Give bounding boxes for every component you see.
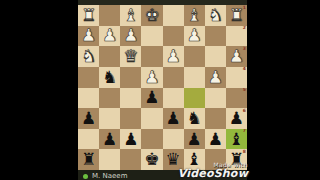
square-c3[interactable] — [184, 46, 205, 67]
square-h2[interactable]: ♟ — [78, 26, 99, 47]
white-queen[interactable]: ♛ — [123, 48, 138, 65]
square-g7[interactable]: ♟ — [99, 129, 120, 150]
square-e5[interactable]: ♟ — [141, 88, 162, 109]
square-g2[interactable]: ♟ — [99, 26, 120, 47]
rank-coordinate-label: 1 — [243, 6, 246, 11]
chess-board[interactable]: ♜♝♚♝♞♜1♟♟♟♟2♞♛♟♟3♞♟♟4♟5♟♟♞♟6♟♟♟♟♝7♜♚♛♝♜8 — [78, 5, 247, 170]
square-g8[interactable] — [99, 149, 120, 170]
white-rook[interactable]: ♜ — [229, 6, 244, 23]
player-bar: M. Naeem — [78, 170, 247, 180]
video-frame: ♜♝♚♝♞♜1♟♟♟♟2♞♛♟♟3♞♟♟4♟5♟♟♞♟6♟♟♟♟♝7♜♚♛♝♜8… — [0, 0, 320, 180]
white-pawn[interactable]: ♟ — [123, 27, 138, 44]
square-h1[interactable]: ♜ — [78, 5, 99, 26]
online-indicator — [83, 174, 88, 179]
square-d5[interactable] — [163, 88, 184, 109]
square-d4[interactable] — [163, 67, 184, 88]
square-c1[interactable]: ♝ — [184, 5, 205, 26]
white-bishop[interactable]: ♝ — [123, 6, 138, 23]
white-pawn[interactable]: ♟ — [229, 48, 244, 65]
black-rook[interactable]: ♜ — [81, 151, 96, 168]
black-pawn[interactable]: ♟ — [229, 109, 244, 126]
black-pawn[interactable]: ♟ — [144, 89, 159, 106]
square-f5[interactable] — [120, 88, 141, 109]
black-pawn[interactable]: ♟ — [187, 130, 202, 147]
square-e3[interactable] — [141, 46, 162, 67]
black-king[interactable]: ♚ — [144, 151, 159, 168]
square-d2[interactable] — [163, 26, 184, 47]
black-knight[interactable]: ♞ — [102, 68, 117, 85]
rank-coordinate-label: 6 — [243, 109, 246, 114]
square-h4[interactable] — [78, 67, 99, 88]
square-f4[interactable] — [120, 67, 141, 88]
square-b3[interactable] — [205, 46, 226, 67]
square-a4[interactable]: 4 — [226, 67, 247, 88]
black-pawn[interactable]: ♟ — [81, 109, 96, 126]
square-h5[interactable] — [78, 88, 99, 109]
white-knight[interactable]: ♞ — [81, 48, 96, 65]
square-b8[interactable] — [205, 149, 226, 170]
rank-coordinate-label: 8 — [243, 150, 246, 155]
white-rook[interactable]: ♜ — [81, 6, 96, 23]
rank-coordinate-label: 4 — [243, 67, 246, 72]
square-f7[interactable]: ♟ — [120, 129, 141, 150]
square-f1[interactable]: ♝ — [120, 5, 141, 26]
square-h7[interactable] — [78, 129, 99, 150]
square-e8[interactable]: ♚ — [141, 149, 162, 170]
square-e2[interactable] — [141, 26, 162, 47]
rank-coordinate-label: 3 — [243, 47, 246, 52]
white-bishop[interactable]: ♝ — [187, 6, 202, 23]
square-d8[interactable]: ♛ — [163, 149, 184, 170]
square-e1[interactable]: ♚ — [141, 5, 162, 26]
square-b1[interactable]: ♞ — [205, 5, 226, 26]
square-f2[interactable]: ♟ — [120, 26, 141, 47]
square-b2[interactable] — [205, 26, 226, 47]
square-g5[interactable] — [99, 88, 120, 109]
square-a7[interactable]: ♝7 — [226, 129, 247, 150]
rank-coordinate-label: 7 — [243, 129, 246, 134]
square-a1[interactable]: ♜1 — [226, 5, 247, 26]
black-rook[interactable]: ♜ — [229, 151, 244, 168]
square-b5[interactable] — [205, 88, 226, 109]
black-queen[interactable]: ♛ — [165, 151, 180, 168]
square-g1[interactable] — [99, 5, 120, 26]
white-pawn[interactable]: ♟ — [208, 68, 223, 85]
square-c7[interactable]: ♟ — [184, 129, 205, 150]
black-pawn[interactable]: ♟ — [102, 130, 117, 147]
square-a8[interactable]: ♜8 — [226, 149, 247, 170]
white-pawn[interactable]: ♟ — [165, 48, 180, 65]
square-f6[interactable] — [120, 108, 141, 129]
black-bishop[interactable]: ♝ — [229, 130, 244, 147]
square-e7[interactable] — [141, 129, 162, 150]
square-g3[interactable] — [99, 46, 120, 67]
black-pawn[interactable]: ♟ — [123, 130, 138, 147]
white-pawn[interactable]: ♟ — [144, 68, 159, 85]
rank-coordinate-label: 2 — [243, 26, 246, 31]
square-c8[interactable]: ♝ — [184, 149, 205, 170]
square-h3[interactable]: ♞ — [78, 46, 99, 67]
square-a2[interactable]: 2 — [226, 26, 247, 47]
square-c5[interactable] — [184, 88, 205, 109]
square-c2[interactable]: ♟ — [184, 26, 205, 47]
square-b4[interactable]: ♟ — [205, 67, 226, 88]
black-knight[interactable]: ♞ — [187, 109, 202, 126]
player-name: M. Naeem — [92, 173, 127, 180]
square-d7[interactable] — [163, 129, 184, 150]
white-knight[interactable]: ♞ — [208, 6, 223, 23]
square-a3[interactable]: ♟3 — [226, 46, 247, 67]
square-a6[interactable]: ♟6 — [226, 108, 247, 129]
square-d1[interactable] — [163, 5, 184, 26]
white-pawn[interactable]: ♟ — [102, 27, 117, 44]
square-h8[interactable]: ♜ — [78, 149, 99, 170]
square-f3[interactable]: ♛ — [120, 46, 141, 67]
square-a5[interactable]: 5 — [226, 88, 247, 109]
square-h6[interactable]: ♟ — [78, 108, 99, 129]
white-king[interactable]: ♚ — [144, 6, 159, 23]
square-f8[interactable] — [120, 149, 141, 170]
square-d6[interactable]: ♟ — [163, 108, 184, 129]
square-b6[interactable] — [205, 108, 226, 129]
white-pawn[interactable]: ♟ — [187, 27, 202, 44]
square-c6[interactable]: ♞ — [184, 108, 205, 129]
square-c4[interactable] — [184, 67, 205, 88]
white-pawn[interactable]: ♟ — [81, 27, 96, 44]
chess-board-area: ♜♝♚♝♞♜1♟♟♟♟2♞♛♟♟3♞♟♟4♟5♟♟♞♟6♟♟♟♟♝7♜♚♛♝♜8… — [78, 0, 247, 180]
black-pawn[interactable]: ♟ — [208, 130, 223, 147]
square-d3[interactable]: ♟ — [163, 46, 184, 67]
square-g4[interactable]: ♞ — [99, 67, 120, 88]
square-e4[interactable]: ♟ — [141, 67, 162, 88]
rank-coordinate-label: 5 — [243, 88, 246, 93]
square-e6[interactable] — [141, 108, 162, 129]
black-pawn[interactable]: ♟ — [165, 109, 180, 126]
square-g6[interactable] — [99, 108, 120, 129]
black-bishop[interactable]: ♝ — [187, 151, 202, 168]
square-b7[interactable]: ♟ — [205, 129, 226, 150]
